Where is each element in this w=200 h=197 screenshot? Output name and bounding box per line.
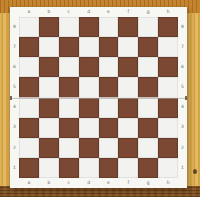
square-g7 <box>138 37 158 57</box>
square-d5 <box>79 77 99 97</box>
square-d1 <box>79 158 99 178</box>
square-a7 <box>19 37 39 57</box>
rank-label-2: 2 <box>10 138 19 158</box>
square-d3 <box>79 118 99 138</box>
rank-label-7: 7 <box>178 37 187 57</box>
rank-label-4: 4 <box>10 98 19 118</box>
square-c1 <box>59 158 79 178</box>
rank-label-5: 5 <box>178 77 187 97</box>
square-h3 <box>158 118 178 138</box>
square-h1 <box>158 158 178 178</box>
square-g6 <box>138 57 158 77</box>
square-f8 <box>118 17 138 37</box>
file-label-h: h <box>158 7 178 17</box>
square-d2 <box>79 138 99 158</box>
rank-label-3: 3 <box>10 118 19 138</box>
file-label-d: d <box>79 178 99 188</box>
fold-hinge-right <box>185 96 187 100</box>
square-a6 <box>19 57 39 77</box>
rank-label-6: 6 <box>178 57 187 77</box>
square-d8 <box>79 17 99 37</box>
square-a4 <box>19 98 39 118</box>
file-label-e: e <box>99 178 119 188</box>
square-d7 <box>79 37 99 57</box>
rank-label-1: 1 <box>10 158 19 178</box>
file-label-b: b <box>39 178 59 188</box>
square-g1 <box>138 158 158 178</box>
square-c5 <box>59 77 79 97</box>
square-h2 <box>158 138 178 158</box>
file-label-g: g <box>138 7 158 17</box>
file-label-b: b <box>39 7 59 17</box>
file-label-c: c <box>59 7 79 17</box>
photo-of-folding-chess-board: abcdefgh8877665544332211abcdefgh <box>0 0 200 197</box>
square-f7 <box>118 37 138 57</box>
square-b5 <box>39 77 59 97</box>
wood-knot <box>193 169 197 174</box>
file-label-h: h <box>158 178 178 188</box>
rank-label-8: 8 <box>10 17 19 37</box>
rank-label-2: 2 <box>178 138 187 158</box>
square-h8 <box>158 17 178 37</box>
square-e2 <box>99 138 119 158</box>
corner-margin <box>10 178 19 188</box>
square-g3 <box>138 118 158 138</box>
square-e5 <box>99 77 119 97</box>
file-label-d: d <box>79 7 99 17</box>
rank-label-5: 5 <box>10 77 19 97</box>
square-e6 <box>99 57 119 77</box>
square-c7 <box>59 37 79 57</box>
square-e8 <box>99 17 119 37</box>
square-b8 <box>39 17 59 37</box>
square-h7 <box>158 37 178 57</box>
rank-label-7: 7 <box>10 37 19 57</box>
square-g8 <box>138 17 158 37</box>
rank-label-1: 1 <box>178 158 187 178</box>
rank-label-8: 8 <box>178 17 187 37</box>
square-a8 <box>19 17 39 37</box>
square-a5 <box>19 77 39 97</box>
square-b2 <box>39 138 59 158</box>
square-f4 <box>118 98 138 118</box>
square-c4 <box>59 98 79 118</box>
square-b4 <box>39 98 59 118</box>
square-e7 <box>99 37 119 57</box>
square-b3 <box>39 118 59 138</box>
file-label-g: g <box>138 178 158 188</box>
square-e3 <box>99 118 119 138</box>
fold-hinge-left <box>10 96 12 100</box>
square-c3 <box>59 118 79 138</box>
square-f1 <box>118 158 138 178</box>
square-a2 <box>19 138 39 158</box>
square-g4 <box>138 98 158 118</box>
file-label-c: c <box>59 178 79 188</box>
square-f2 <box>118 138 138 158</box>
file-label-e: e <box>99 7 119 17</box>
square-b7 <box>39 37 59 57</box>
square-b6 <box>39 57 59 77</box>
corner-margin <box>10 7 19 17</box>
square-h5 <box>158 77 178 97</box>
square-d4 <box>79 98 99 118</box>
square-f6 <box>118 57 138 77</box>
corner-margin <box>178 7 187 17</box>
square-g5 <box>138 77 158 97</box>
square-f3 <box>118 118 138 138</box>
square-h6 <box>158 57 178 77</box>
board-grid: abcdefgh8877665544332211abcdefgh <box>10 7 187 188</box>
rank-label-3: 3 <box>178 118 187 138</box>
square-e4 <box>99 98 119 118</box>
square-d6 <box>79 57 99 77</box>
chess-board: abcdefgh8877665544332211abcdefgh <box>10 7 187 188</box>
rank-label-6: 6 <box>10 57 19 77</box>
file-label-a: a <box>19 7 39 17</box>
square-g2 <box>138 138 158 158</box>
square-h4 <box>158 98 178 118</box>
file-label-a: a <box>19 178 39 188</box>
corner-margin <box>178 178 187 188</box>
rank-label-4: 4 <box>178 98 187 118</box>
square-b1 <box>39 158 59 178</box>
square-a3 <box>19 118 39 138</box>
file-label-f: f <box>118 178 138 188</box>
square-f5 <box>118 77 138 97</box>
square-a1 <box>19 158 39 178</box>
square-c6 <box>59 57 79 77</box>
square-e1 <box>99 158 119 178</box>
square-c2 <box>59 138 79 158</box>
square-c8 <box>59 17 79 37</box>
file-label-f: f <box>118 7 138 17</box>
